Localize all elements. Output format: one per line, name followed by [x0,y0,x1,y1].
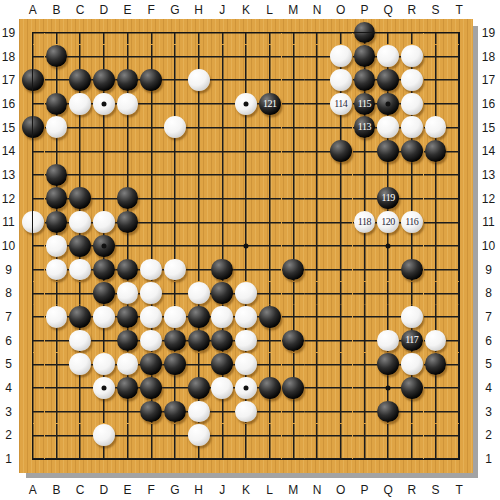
intersection-G15[interactable] [163,116,187,140]
black-stone-L7[interactable] [259,306,281,328]
black-stone-C17[interactable] [69,69,91,91]
intersection-G14[interactable] [163,139,187,163]
intersection-M13[interactable] [282,163,306,187]
intersection-P18[interactable] [353,45,377,69]
intersection-D4[interactable] [92,376,116,400]
intersection-M14[interactable] [282,139,306,163]
intersection-T4[interactable] [447,376,471,400]
intersection-H3[interactable] [187,400,211,424]
intersection-C15[interactable] [68,116,92,140]
intersection-L11[interactable] [258,210,282,234]
intersection-D2[interactable] [92,424,116,448]
intersection-O7[interactable] [329,305,353,329]
intersection-A17[interactable] [21,68,45,92]
black-stone-R14[interactable] [401,140,423,162]
intersection-H11[interactable] [187,210,211,234]
black-stone-F4[interactable] [140,377,162,399]
white-stone-D5[interactable] [93,353,115,375]
intersection-O6[interactable] [329,329,353,353]
intersection-Q12[interactable]: 119 [376,187,400,211]
intersection-C12[interactable] [68,187,92,211]
intersection-P8[interactable] [353,282,377,306]
black-stone-J6[interactable] [211,330,233,352]
intersection-J14[interactable] [210,139,234,163]
intersection-A3[interactable] [21,400,45,424]
intersection-O14[interactable] [329,139,353,163]
white-stone-H8[interactable] [188,282,210,304]
white-stone-R5[interactable] [401,353,423,375]
intersection-Q8[interactable] [376,282,400,306]
intersection-G18[interactable] [163,45,187,69]
intersection-G4[interactable] [163,376,187,400]
intersection-C19[interactable] [68,21,92,45]
intersection-A11[interactable] [21,210,45,234]
intersection-L12[interactable] [258,187,282,211]
intersection-A9[interactable] [21,258,45,282]
intersection-L16[interactable]: 121 [258,92,282,116]
black-stone-D17[interactable] [93,69,115,91]
intersection-S10[interactable] [424,234,448,258]
intersection-G11[interactable] [163,210,187,234]
intersection-T17[interactable] [447,68,471,92]
white-stone-B9[interactable] [46,259,68,281]
intersection-O8[interactable] [329,282,353,306]
intersection-T16[interactable] [447,92,471,116]
intersection-Q6[interactable] [376,329,400,353]
intersection-E16[interactable] [116,92,140,116]
intersection-H17[interactable] [187,68,211,92]
intersection-A13[interactable] [21,163,45,187]
intersection-L13[interactable] [258,163,282,187]
intersection-N18[interactable] [305,45,329,69]
intersection-C2[interactable] [68,424,92,448]
intersection-L4[interactable] [258,376,282,400]
intersection-E15[interactable] [116,116,140,140]
intersection-F7[interactable] [139,305,163,329]
intersection-R7[interactable] [400,305,424,329]
intersection-C13[interactable] [68,163,92,187]
intersection-F14[interactable] [139,139,163,163]
intersection-J5[interactable] [210,353,234,377]
intersection-N10[interactable] [305,234,329,258]
intersection-F10[interactable] [139,234,163,258]
intersection-N12[interactable] [305,187,329,211]
black-stone-R9[interactable] [401,259,423,281]
intersection-Q9[interactable] [376,258,400,282]
intersection-H5[interactable] [187,353,211,377]
intersection-P12[interactable] [353,187,377,211]
intersection-P2[interactable] [353,424,377,448]
black-stone-L4[interactable] [259,377,281,399]
intersection-L14[interactable] [258,139,282,163]
white-stone-E16[interactable] [117,93,139,115]
intersection-T6[interactable] [447,329,471,353]
intersection-L5[interactable] [258,353,282,377]
intersection-T15[interactable] [447,116,471,140]
intersection-R3[interactable] [400,400,424,424]
intersection-K6[interactable] [234,329,258,353]
intersection-T2[interactable] [447,424,471,448]
intersection-G1[interactable] [163,447,187,471]
black-stone-R4[interactable] [401,377,423,399]
intersection-R16[interactable] [400,92,424,116]
intersection-O12[interactable] [329,187,353,211]
white-stone-D16[interactable] [93,93,115,115]
intersection-T5[interactable] [447,353,471,377]
intersection-A15[interactable] [21,116,45,140]
white-stone-O18[interactable] [330,45,352,67]
intersection-D16[interactable] [92,92,116,116]
intersection-E17[interactable] [116,68,140,92]
intersection-B14[interactable] [45,139,69,163]
intersection-T10[interactable] [447,234,471,258]
intersection-B18[interactable] [45,45,69,69]
intersection-T12[interactable] [447,187,471,211]
intersection-P10[interactable] [353,234,377,258]
black-stone-B16[interactable] [46,93,68,115]
intersection-P6[interactable] [353,329,377,353]
intersection-O16[interactable]: 114 [329,92,353,116]
intersection-L2[interactable] [258,424,282,448]
intersection-G9[interactable] [163,258,187,282]
black-stone-J5[interactable] [211,353,233,375]
intersection-L6[interactable] [258,329,282,353]
black-stone-B11[interactable] [46,211,68,233]
intersection-B19[interactable] [45,21,69,45]
black-stone-E6[interactable] [117,330,139,352]
intersection-E10[interactable] [116,234,140,258]
intersection-R2[interactable] [400,424,424,448]
intersection-P19[interactable] [353,21,377,45]
intersection-H4[interactable] [187,376,211,400]
intersection-M6[interactable] [282,329,306,353]
intersection-R14[interactable] [400,139,424,163]
intersection-A19[interactable] [21,21,45,45]
black-stone-P17[interactable] [354,69,376,91]
intersection-Q17[interactable] [376,68,400,92]
intersection-O3[interactable] [329,400,353,424]
white-stone-G9[interactable] [164,259,186,281]
intersection-S12[interactable] [424,187,448,211]
black-stone-F3[interactable] [140,401,162,423]
intersection-J19[interactable] [210,21,234,45]
intersection-O5[interactable] [329,353,353,377]
intersection-R1[interactable] [400,447,424,471]
intersection-N9[interactable] [305,258,329,282]
black-stone-J9[interactable] [211,259,233,281]
white-stone-C9[interactable] [69,259,91,281]
intersection-R19[interactable] [400,21,424,45]
intersection-S6[interactable] [424,329,448,353]
black-stone-B18[interactable] [46,45,68,67]
black-stone-M6[interactable] [282,330,304,352]
intersection-A1[interactable] [21,447,45,471]
black-stone-E17[interactable] [117,69,139,91]
intersection-K4[interactable] [234,376,258,400]
white-stone-O17[interactable] [330,69,352,91]
intersection-T7[interactable] [447,305,471,329]
white-stone-K16[interactable] [235,93,257,115]
intersection-C16[interactable] [68,92,92,116]
white-stone-K3[interactable] [235,401,257,423]
white-stone-C16[interactable] [69,93,91,115]
intersection-J10[interactable] [210,234,234,258]
intersection-N14[interactable] [305,139,329,163]
intersection-S14[interactable] [424,139,448,163]
intersection-N8[interactable] [305,282,329,306]
intersection-P11[interactable]: 118 [353,210,377,234]
intersection-G13[interactable] [163,163,187,187]
intersection-D13[interactable] [92,163,116,187]
intersection-F8[interactable] [139,282,163,306]
intersection-K8[interactable] [234,282,258,306]
white-stone-O16[interactable]: 114 [330,93,352,115]
intersection-B1[interactable] [45,447,69,471]
intersection-H6[interactable] [187,329,211,353]
intersection-J15[interactable] [210,116,234,140]
intersection-D11[interactable] [92,210,116,234]
white-stone-H3[interactable] [188,401,210,423]
intersection-L15[interactable] [258,116,282,140]
intersection-A7[interactable] [21,305,45,329]
intersection-J2[interactable] [210,424,234,448]
black-stone-E4[interactable] [117,377,139,399]
intersection-Q1[interactable] [376,447,400,471]
white-stone-S15[interactable] [425,116,447,138]
intersection-N1[interactable] [305,447,329,471]
intersection-C1[interactable] [68,447,92,471]
intersection-A8[interactable] [21,282,45,306]
intersection-F5[interactable] [139,353,163,377]
intersection-D9[interactable] [92,258,116,282]
black-stone-G5[interactable] [164,353,186,375]
intersection-R4[interactable] [400,376,424,400]
black-stone-E7[interactable] [117,306,139,328]
white-stone-K7[interactable] [235,306,257,328]
intersection-L19[interactable] [258,21,282,45]
intersection-M10[interactable] [282,234,306,258]
intersection-K14[interactable] [234,139,258,163]
black-stone-D8[interactable] [93,282,115,304]
black-stone-R6[interactable]: 117 [401,330,423,352]
intersection-L7[interactable] [258,305,282,329]
white-stone-K5[interactable] [235,353,257,375]
intersection-D8[interactable] [92,282,116,306]
intersection-Q18[interactable] [376,45,400,69]
intersection-K5[interactable] [234,353,258,377]
white-stone-Q11[interactable]: 120 [377,211,399,233]
intersection-K15[interactable] [234,116,258,140]
black-stone-A17[interactable] [22,69,44,91]
black-stone-Q17[interactable] [377,69,399,91]
intersection-D5[interactable] [92,353,116,377]
intersection-G19[interactable] [163,21,187,45]
intersection-A12[interactable] [21,187,45,211]
intersection-C9[interactable] [68,258,92,282]
intersection-F12[interactable] [139,187,163,211]
intersection-B11[interactable] [45,210,69,234]
intersection-S9[interactable] [424,258,448,282]
intersection-H2[interactable] [187,424,211,448]
intersection-D7[interactable] [92,305,116,329]
intersection-G10[interactable] [163,234,187,258]
intersection-H15[interactable] [187,116,211,140]
intersection-K3[interactable] [234,400,258,424]
intersection-S16[interactable] [424,92,448,116]
black-stone-A15[interactable] [22,116,44,138]
black-stone-C12[interactable] [69,187,91,209]
intersection-B7[interactable] [45,305,69,329]
intersection-B8[interactable] [45,282,69,306]
intersection-A2[interactable] [21,424,45,448]
intersection-B13[interactable] [45,163,69,187]
intersection-Q3[interactable] [376,400,400,424]
intersection-K17[interactable] [234,68,258,92]
intersection-R12[interactable] [400,187,424,211]
intersection-O17[interactable] [329,68,353,92]
intersection-A16[interactable] [21,92,45,116]
intersection-J1[interactable] [210,447,234,471]
intersection-S8[interactable] [424,282,448,306]
white-stone-A11[interactable] [22,211,44,233]
intersection-K1[interactable] [234,447,258,471]
intersection-F17[interactable] [139,68,163,92]
intersection-G5[interactable] [163,353,187,377]
intersection-M8[interactable] [282,282,306,306]
intersection-N2[interactable] [305,424,329,448]
intersection-S3[interactable] [424,400,448,424]
intersection-C6[interactable] [68,329,92,353]
intersection-B5[interactable] [45,353,69,377]
intersection-O19[interactable] [329,21,353,45]
black-stone-M9[interactable] [282,259,304,281]
intersection-K9[interactable] [234,258,258,282]
intersection-R9[interactable] [400,258,424,282]
intersection-T18[interactable] [447,45,471,69]
intersection-S5[interactable] [424,353,448,377]
intersection-F13[interactable] [139,163,163,187]
intersection-Q14[interactable] [376,139,400,163]
intersection-N3[interactable] [305,400,329,424]
intersection-E9[interactable] [116,258,140,282]
intersection-L3[interactable] [258,400,282,424]
black-stone-P19[interactable] [354,22,376,44]
intersection-Q7[interactable] [376,305,400,329]
intersection-D14[interactable] [92,139,116,163]
intersection-H14[interactable] [187,139,211,163]
intersection-L17[interactable] [258,68,282,92]
intersection-R13[interactable] [400,163,424,187]
intersection-C17[interactable] [68,68,92,92]
intersection-C7[interactable] [68,305,92,329]
intersection-N11[interactable] [305,210,329,234]
intersection-K18[interactable] [234,45,258,69]
intersection-G7[interactable] [163,305,187,329]
intersection-E7[interactable] [116,305,140,329]
intersection-P15[interactable]: 113 [353,116,377,140]
black-stone-Q14[interactable] [377,140,399,162]
intersection-E6[interactable] [116,329,140,353]
intersection-Q16[interactable] [376,92,400,116]
intersection-M3[interactable] [282,400,306,424]
white-stone-H17[interactable] [188,69,210,91]
black-stone-Q5[interactable] [377,353,399,375]
intersection-O15[interactable] [329,116,353,140]
black-stone-S14[interactable] [425,140,447,162]
black-stone-G6[interactable] [164,330,186,352]
black-stone-C7[interactable] [69,306,91,328]
intersection-G6[interactable] [163,329,187,353]
intersection-N6[interactable] [305,329,329,353]
intersection-B4[interactable] [45,376,69,400]
white-stone-C6[interactable] [69,330,91,352]
black-stone-D10[interactable] [93,235,115,257]
intersection-S1[interactable] [424,447,448,471]
black-stone-S5[interactable] [425,353,447,375]
intersection-E3[interactable] [116,400,140,424]
intersection-H18[interactable] [187,45,211,69]
white-stone-C11[interactable] [69,211,91,233]
intersection-Q19[interactable] [376,21,400,45]
intersection-G12[interactable] [163,187,187,211]
intersection-G17[interactable] [163,68,187,92]
intersection-J12[interactable] [210,187,234,211]
intersection-F1[interactable] [139,447,163,471]
intersection-E4[interactable] [116,376,140,400]
intersection-A18[interactable] [21,45,45,69]
black-stone-P18[interactable] [354,45,376,67]
intersection-D1[interactable] [92,447,116,471]
black-stone-Q16[interactable] [377,93,399,115]
intersection-P5[interactable] [353,353,377,377]
intersection-T9[interactable] [447,258,471,282]
white-stone-J7[interactable] [211,306,233,328]
intersection-Q4[interactable] [376,376,400,400]
intersection-J11[interactable] [210,210,234,234]
intersection-K12[interactable] [234,187,258,211]
intersection-A10[interactable] [21,234,45,258]
intersection-R11[interactable]: 116 [400,210,424,234]
intersection-H19[interactable] [187,21,211,45]
intersection-E8[interactable] [116,282,140,306]
white-stone-F9[interactable] [140,259,162,281]
intersection-E5[interactable] [116,353,140,377]
black-stone-O14[interactable] [330,140,352,162]
intersection-J4[interactable] [210,376,234,400]
intersection-J16[interactable] [210,92,234,116]
white-stone-B7[interactable] [46,306,68,328]
intersection-L8[interactable] [258,282,282,306]
intersection-M5[interactable] [282,353,306,377]
intersection-N7[interactable] [305,305,329,329]
black-stone-F17[interactable] [140,69,162,91]
white-stone-D11[interactable] [93,211,115,233]
black-stone-L16[interactable]: 121 [259,93,281,115]
intersection-F15[interactable] [139,116,163,140]
intersection-D19[interactable] [92,21,116,45]
intersection-A14[interactable] [21,139,45,163]
intersection-T3[interactable] [447,400,471,424]
white-stone-Q6[interactable] [377,330,399,352]
intersection-B2[interactable] [45,424,69,448]
black-stone-E12[interactable] [117,187,139,209]
intersection-B12[interactable] [45,187,69,211]
intersection-Q10[interactable] [376,234,400,258]
black-stone-C10[interactable] [69,235,91,257]
white-stone-F7[interactable] [140,306,162,328]
intersection-S17[interactable] [424,68,448,92]
white-stone-E8[interactable] [117,282,139,304]
